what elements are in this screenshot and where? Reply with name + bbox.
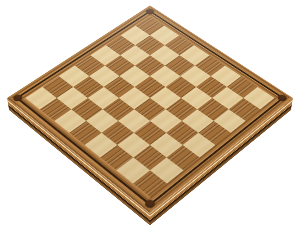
square-d3 [103,98,134,121]
frame-strip-east [140,91,293,213]
product-photo-scene [0,0,300,240]
square-h2 [150,157,184,183]
board-grid [26,16,275,197]
square-f3 [134,121,166,145]
square-f1 [100,145,133,170]
square-c1 [54,109,86,132]
square-e2 [102,121,134,145]
square-g6 [197,98,228,121]
square-h1 [133,170,167,197]
square-g5 [182,109,214,132]
square-f2 [117,133,150,158]
square-g1 [116,157,150,183]
frame-strip-south [7,91,160,213]
chess-board [7,5,293,213]
square-g2 [133,145,166,170]
square-h7 [229,98,260,121]
board-top-face [7,5,293,213]
square-h5 [198,121,230,145]
square-d2 [86,109,118,132]
square-e1 [85,133,118,158]
square-f5 [166,98,197,121]
square-h3 [167,145,200,170]
square-g4 [166,121,198,145]
square-c2 [71,98,102,121]
square-e3 [118,109,150,132]
square-b1 [40,98,71,121]
square-d1 [69,121,101,145]
square-e4 [134,98,165,121]
square-g3 [150,133,183,158]
square-h4 [183,133,216,158]
square-h6 [214,109,246,132]
square-f4 [150,109,182,132]
